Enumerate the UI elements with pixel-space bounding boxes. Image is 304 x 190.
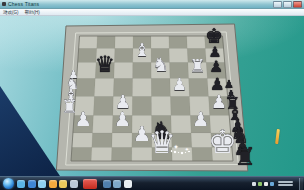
taskbar-app-icon[interactable] (70, 180, 78, 188)
tray-icon[interactable] (270, 182, 274, 186)
taskbar-red-app-button[interactable] (83, 179, 97, 189)
tray-icon[interactable] (258, 182, 262, 186)
taskbar-app-icon[interactable] (38, 180, 46, 188)
taskbar-app-icon[interactable] (17, 180, 25, 188)
tray-icon[interactable] (264, 182, 268, 186)
black-pawn-h5[interactable]: ♟ (210, 76, 225, 93)
white-rook-g6[interactable]: ♜ (190, 57, 206, 75)
captured-black-rook[interactable]: ♜ (234, 145, 256, 169)
black-queen-b6[interactable]: ♛ (95, 53, 115, 76)
black-king-h8[interactable]: ♚ (205, 26, 223, 46)
tray-icon[interactable] (252, 182, 256, 186)
white-queen-e1[interactable]: ♛ (148, 127, 176, 158)
taskbar-clock[interactable] (278, 181, 293, 187)
pieces-layer: ♚♝♟♛♞♜♟♟♟♟♟♟♟♟♟♞♛♚♟♞♝♜♟♟♜♝♟♞♟♜ (0, 0, 304, 190)
white-bishop-d7[interactable]: ♝ (134, 41, 150, 59)
captured-white-rook[interactable]: ♜ (61, 98, 77, 116)
black-pawn-h6[interactable]: ♟ (209, 60, 223, 76)
white-pawn-g3[interactable]: ♟ (192, 110, 209, 129)
white-pawn-f5[interactable]: ♟ (172, 76, 187, 93)
show-desktop-button[interactable] (299, 178, 303, 190)
taskbar-app-icon[interactable] (59, 180, 67, 188)
taskbar-app-icon[interactable] (28, 180, 36, 188)
desktop: Chess Titans 游戏(G) 帮助(H) ✦✦ ♚♝♟♛♞♜♟♟♟♟♟♟… (0, 0, 304, 190)
taskbar-app-icon[interactable] (124, 180, 132, 188)
taskbar-app-icon[interactable] (103, 180, 111, 188)
taskbar-app-icon[interactable] (49, 180, 57, 188)
taskbar-app-icon[interactable] (113, 180, 121, 188)
white-pawn-c3[interactable]: ♟ (114, 110, 131, 129)
start-button[interactable] (3, 178, 14, 189)
taskbar[interactable] (0, 176, 304, 190)
white-knight-e6[interactable]: ♞ (152, 56, 169, 75)
